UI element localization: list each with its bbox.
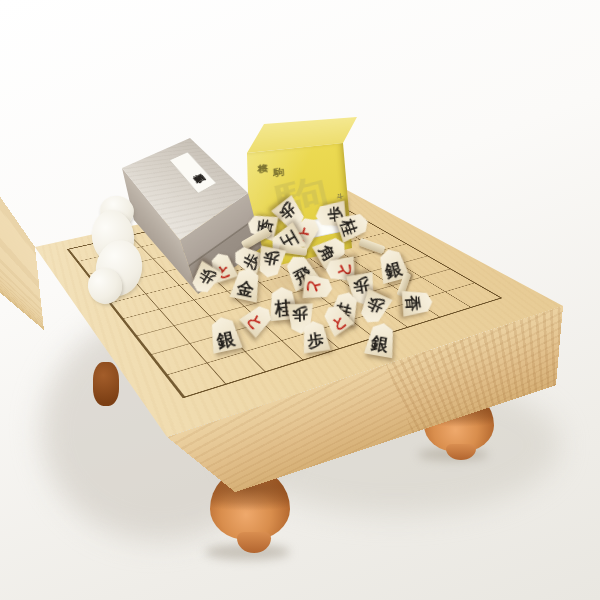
yellow-box-edge-mark: 斗 <box>336 192 344 202</box>
board-leg-back-left <box>93 362 119 406</box>
yellow-box-calligraphy-column-2: 駒 <box>269 159 284 162</box>
yellow-box-calligraphy-column-1: 将棋 <box>255 156 270 159</box>
wooden-box-label: 御将棋駒 <box>169 152 217 194</box>
shogi-set-product-photo: 駒 将棋 駒 斗 御将棋駒 歩歩香桂と王角歩歩銀とと飛歩金と歩桂香桂歩と歩と銀歩… <box>0 0 600 600</box>
